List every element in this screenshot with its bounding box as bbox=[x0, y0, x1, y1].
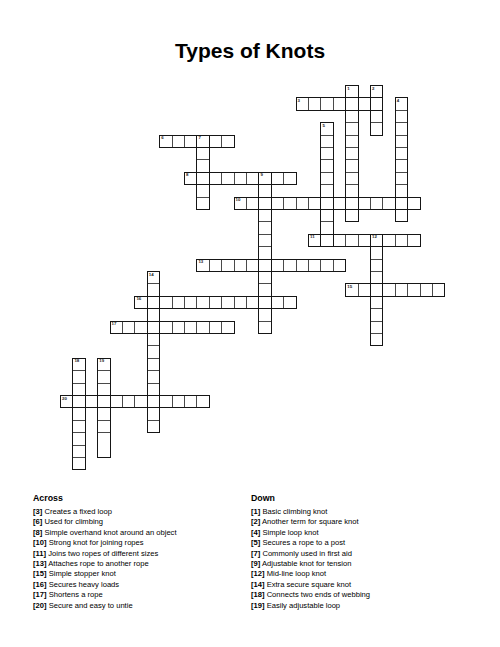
clue-number-label: [16] bbox=[33, 580, 47, 589]
grid-cell[interactable] bbox=[358, 197, 371, 210]
cell-number: 3 bbox=[298, 99, 300, 103]
clue-item: [9] Adjustable knot for tension bbox=[251, 559, 486, 569]
grid-cell[interactable] bbox=[147, 283, 160, 296]
grid-cell[interactable] bbox=[246, 172, 259, 185]
grid-cell[interactable] bbox=[320, 135, 333, 148]
grid-cell[interactable]: 9 bbox=[258, 172, 271, 185]
cell-number: 17 bbox=[112, 322, 117, 326]
grid-cell[interactable] bbox=[395, 135, 408, 148]
grid-cell[interactable] bbox=[72, 395, 85, 408]
grid-cell[interactable] bbox=[196, 296, 209, 309]
grid-cell[interactable] bbox=[283, 259, 296, 272]
puzzle-title: Types of Knots bbox=[0, 39, 500, 63]
grid-cell[interactable] bbox=[370, 333, 383, 346]
clue-text: Simple loop knot bbox=[260, 528, 318, 537]
grid-cell[interactable] bbox=[432, 283, 445, 296]
grid-cell[interactable] bbox=[345, 172, 358, 185]
grid-cell[interactable] bbox=[97, 420, 110, 433]
grid-cell[interactable] bbox=[258, 283, 271, 296]
grid-cell[interactable] bbox=[147, 395, 160, 408]
grid-cell[interactable] bbox=[370, 283, 383, 296]
grid-cell[interactable] bbox=[122, 395, 135, 408]
down-header: Down bbox=[251, 493, 486, 503]
grid-cell[interactable] bbox=[234, 259, 247, 272]
cell-number: 15 bbox=[347, 285, 352, 289]
grid-cell[interactable] bbox=[370, 197, 383, 210]
grid-cell[interactable] bbox=[147, 345, 160, 358]
grid-cell[interactable] bbox=[320, 259, 333, 272]
clue-number-label: [11] bbox=[33, 549, 46, 558]
clue-item: [10] Strong knot for joining ropes bbox=[33, 538, 245, 548]
grid-cell[interactable]: 15 bbox=[345, 283, 358, 296]
grid-cell[interactable] bbox=[147, 420, 160, 433]
grid-cell[interactable] bbox=[209, 259, 222, 272]
grid-cell[interactable] bbox=[72, 420, 85, 433]
grid-cell[interactable]: 5 bbox=[320, 122, 333, 135]
grid-cell[interactable] bbox=[333, 97, 346, 110]
clue-item: [14] Extra secure square knot bbox=[251, 580, 486, 590]
grid-cell[interactable] bbox=[358, 283, 371, 296]
clue-number-label: [4] bbox=[251, 528, 260, 537]
across-clue-list: [3] Creates a fixed loop[6] Used for cli… bbox=[33, 507, 245, 611]
grid-cell[interactable] bbox=[234, 172, 247, 185]
grid-cell[interactable]: 11 bbox=[308, 234, 321, 247]
grid-cell[interactable] bbox=[345, 97, 358, 110]
grid-cell[interactable]: 16 bbox=[134, 296, 147, 309]
grid-cell[interactable] bbox=[147, 383, 160, 396]
clue-text: Shortens a rope bbox=[47, 590, 103, 599]
grid-cell[interactable] bbox=[184, 395, 197, 408]
grid-cell[interactable] bbox=[196, 159, 209, 172]
clue-number-label: [6] bbox=[33, 517, 42, 526]
cell-number: 9 bbox=[260, 173, 262, 177]
grid-cell[interactable] bbox=[320, 159, 333, 172]
grid-cell[interactable] bbox=[320, 97, 333, 110]
clue-number-label: [12] bbox=[251, 569, 265, 578]
grid-cell[interactable] bbox=[395, 159, 408, 172]
grid-cell[interactable] bbox=[258, 209, 271, 222]
grid-cell[interactable]: 18 bbox=[72, 358, 85, 371]
grid-cell[interactable] bbox=[159, 321, 172, 334]
clue-item: [20] Secure and easy to untie bbox=[33, 601, 245, 611]
grid-cell[interactable] bbox=[97, 407, 110, 420]
grid-cell[interactable] bbox=[97, 370, 110, 383]
grid-cell[interactable] bbox=[296, 197, 309, 210]
grid-cell[interactable] bbox=[234, 296, 247, 309]
grid-cell[interactable] bbox=[345, 209, 358, 222]
grid-cell[interactable] bbox=[296, 259, 309, 272]
clue-text: Attaches rope to another rope bbox=[47, 559, 149, 568]
grid-cell[interactable] bbox=[395, 172, 408, 185]
grid-cell[interactable] bbox=[395, 209, 408, 222]
grid-cell[interactable] bbox=[320, 234, 333, 247]
grid-cell[interactable] bbox=[147, 407, 160, 420]
grid-cell[interactable]: 14 bbox=[147, 271, 160, 284]
grid-cell[interactable] bbox=[370, 246, 383, 259]
grid-cell[interactable] bbox=[97, 383, 110, 396]
grid-cell[interactable] bbox=[85, 395, 98, 408]
cell-number: 7 bbox=[198, 136, 200, 140]
clue-text: Secures a rope to a post bbox=[260, 538, 345, 547]
grid-cell[interactable] bbox=[147, 321, 160, 334]
grid-cell[interactable] bbox=[209, 172, 222, 185]
grid-cell[interactable] bbox=[370, 296, 383, 309]
grid-cell[interactable] bbox=[147, 370, 160, 383]
grid-cell[interactable]: 7 bbox=[196, 135, 209, 148]
grid-cell[interactable] bbox=[345, 147, 358, 160]
grid-cell[interactable] bbox=[320, 184, 333, 197]
cell-number: 12 bbox=[372, 235, 377, 239]
grid-cell[interactable] bbox=[420, 283, 433, 296]
grid-cell[interactable]: 8 bbox=[184, 172, 197, 185]
grid-cell[interactable] bbox=[196, 197, 209, 210]
grid-cell[interactable] bbox=[147, 308, 160, 321]
clue-number-label: [13] bbox=[33, 559, 47, 568]
clue-text: Simple stopper knot bbox=[47, 569, 116, 578]
grid-cell[interactable] bbox=[395, 147, 408, 160]
clue-text: Easily adjustable loop bbox=[265, 601, 341, 610]
clue-item: [3] Creates a fixed loop bbox=[33, 507, 245, 517]
grid-cell[interactable] bbox=[196, 147, 209, 160]
clue-text: Secures heavy loads bbox=[47, 580, 120, 589]
clue-text: Joins two ropes of different sizes bbox=[46, 549, 158, 558]
grid-cell[interactable] bbox=[72, 457, 85, 470]
grid-cell[interactable] bbox=[395, 184, 408, 197]
clue-number-label: [8] bbox=[33, 528, 42, 537]
grid-cell[interactable] bbox=[320, 221, 333, 234]
grid-cell[interactable] bbox=[395, 122, 408, 135]
grid-cell[interactable] bbox=[147, 333, 160, 346]
grid-cell[interactable] bbox=[147, 296, 160, 309]
grid-cell[interactable] bbox=[271, 197, 284, 210]
clue-number-label: [19] bbox=[251, 601, 265, 610]
grid-cell[interactable] bbox=[258, 234, 271, 247]
crossword-page: { "game": "crossword", "title": "Types o… bbox=[0, 0, 500, 647]
clue-text: Strong knot for joining ropes bbox=[47, 538, 144, 547]
grid-cell[interactable] bbox=[196, 172, 209, 185]
grid-cell[interactable] bbox=[320, 197, 333, 210]
clue-number-label: [10] bbox=[33, 538, 47, 547]
grid-cell[interactable] bbox=[159, 296, 172, 309]
grid-cell[interactable] bbox=[345, 234, 358, 247]
grid-cell[interactable] bbox=[172, 135, 185, 148]
grid-cell[interactable] bbox=[72, 370, 85, 383]
grid-cell[interactable] bbox=[345, 184, 358, 197]
grid-cell[interactable] bbox=[370, 271, 383, 284]
cell-number: 1 bbox=[347, 87, 349, 91]
grid-cell[interactable]: 10 bbox=[234, 197, 247, 210]
grid-cell[interactable] bbox=[258, 321, 271, 334]
cell-number: 20 bbox=[62, 397, 67, 401]
grid-cell[interactable] bbox=[184, 135, 197, 148]
grid-cell[interactable] bbox=[134, 395, 147, 408]
grid-cell[interactable] bbox=[345, 135, 358, 148]
grid-cell[interactable] bbox=[407, 197, 420, 210]
cell-number: 19 bbox=[99, 359, 104, 363]
grid-cell[interactable] bbox=[147, 358, 160, 371]
grid-cell[interactable] bbox=[358, 97, 371, 110]
clue-item: [1] Basic climbing knot bbox=[251, 507, 486, 517]
clue-item: [15] Simple stopper knot bbox=[33, 569, 245, 579]
grid-cell[interactable] bbox=[370, 308, 383, 321]
grid-cell[interactable] bbox=[320, 147, 333, 160]
grid-cell[interactable] bbox=[246, 197, 259, 210]
grid-cell[interactable] bbox=[345, 122, 358, 135]
clue-text: Commonly used in first aid bbox=[260, 549, 352, 558]
grid-cell[interactable] bbox=[358, 234, 371, 247]
clue-item: [5] Secures a rope to a post bbox=[251, 538, 486, 548]
grid-cell[interactable] bbox=[258, 308, 271, 321]
grid-cell[interactable] bbox=[308, 259, 321, 272]
grid-cell[interactable] bbox=[258, 246, 271, 259]
cell-number: 18 bbox=[74, 359, 79, 363]
clue-text: Connects two ends of webbing bbox=[265, 590, 371, 599]
grid-cell[interactable]: 6 bbox=[159, 135, 172, 148]
clue-number-label: [2] bbox=[251, 517, 260, 526]
grid-cell[interactable] bbox=[172, 395, 185, 408]
clue-item: [18] Connects two ends of webbing bbox=[251, 590, 486, 600]
grid-cell[interactable] bbox=[345, 159, 358, 172]
grid-cell[interactable] bbox=[72, 432, 85, 445]
grid-cell[interactable] bbox=[345, 110, 358, 123]
clue-item: [7] Commonly used in first aid bbox=[251, 549, 486, 559]
grid-cell[interactable] bbox=[395, 283, 408, 296]
grid-cell[interactable] bbox=[271, 259, 284, 272]
grid-cell[interactable] bbox=[258, 271, 271, 284]
clue-number-label: [5] bbox=[251, 538, 260, 547]
clue-text: Creates a fixed loop bbox=[42, 507, 112, 516]
across-header: Across bbox=[33, 493, 245, 503]
clue-item: [13] Attaches rope to another rope bbox=[33, 559, 245, 569]
grid-cell[interactable] bbox=[196, 321, 209, 334]
grid-cell[interactable] bbox=[221, 296, 234, 309]
grid-cell[interactable] bbox=[395, 234, 408, 247]
grid-cell[interactable] bbox=[209, 135, 222, 148]
grid-cell[interactable] bbox=[345, 197, 358, 210]
grid-cell[interactable] bbox=[134, 321, 147, 334]
grid-cell[interactable] bbox=[221, 172, 234, 185]
cell-number: 13 bbox=[198, 260, 203, 264]
grid-cell[interactable] bbox=[221, 135, 234, 148]
grid-cell[interactable] bbox=[110, 395, 123, 408]
grid-cell[interactable] bbox=[382, 234, 395, 247]
cell-number: 8 bbox=[186, 173, 188, 177]
cell-number: 5 bbox=[322, 124, 324, 128]
grid-cell[interactable] bbox=[370, 122, 383, 135]
across-clues-section: Across [3] Creates a fixed loop[6] Used … bbox=[33, 493, 245, 611]
grid-cell[interactable] bbox=[258, 184, 271, 197]
clue-text: Simple overhand knot around an object bbox=[42, 528, 176, 537]
grid-cell[interactable] bbox=[407, 234, 420, 247]
grid-cell[interactable] bbox=[382, 283, 395, 296]
grid-cell[interactable] bbox=[395, 197, 408, 210]
grid-cell[interactable] bbox=[172, 321, 185, 334]
clue-number-label: [15] bbox=[33, 569, 47, 578]
grid-cell[interactable] bbox=[209, 296, 222, 309]
grid-cell[interactable]: 12 bbox=[370, 234, 383, 247]
crossword-grid: 1234567891011121314151617181920 bbox=[60, 85, 445, 470]
grid-cell[interactable] bbox=[209, 321, 222, 334]
grid-cell[interactable] bbox=[97, 395, 110, 408]
grid-cell[interactable]: 13 bbox=[196, 259, 209, 272]
grid-cell[interactable] bbox=[308, 97, 321, 110]
clue-number-label: [7] bbox=[251, 549, 260, 558]
grid-cell[interactable]: 2 bbox=[370, 85, 383, 98]
grid-cell[interactable] bbox=[271, 172, 284, 185]
grid-cell[interactable] bbox=[283, 197, 296, 210]
grid-cell[interactable] bbox=[246, 296, 259, 309]
grid-cell[interactable] bbox=[333, 197, 346, 210]
clue-number-label: [18] bbox=[251, 590, 265, 599]
clue-item: [4] Simple loop knot bbox=[251, 528, 486, 538]
grid-cell[interactable]: 1 bbox=[345, 85, 358, 98]
clue-text: Used for climbing bbox=[42, 517, 103, 526]
clue-item: [6] Used for climbing bbox=[33, 517, 245, 527]
down-clue-list: [1] Basic climbing knot[2] Another term … bbox=[251, 507, 486, 611]
clue-number-label: [14] bbox=[251, 580, 265, 589]
clue-item: [16] Secures heavy loads bbox=[33, 580, 245, 590]
grid-cell[interactable] bbox=[320, 209, 333, 222]
cell-number: 11 bbox=[310, 235, 315, 239]
grid-cell[interactable]: 17 bbox=[110, 321, 123, 334]
cell-number: 10 bbox=[236, 198, 241, 202]
clue-number-label: [17] bbox=[33, 590, 47, 599]
grid-cell[interactable] bbox=[184, 296, 197, 309]
clue-text: Mid-line loop knot bbox=[265, 569, 327, 578]
grid-cell[interactable]: 20 bbox=[60, 395, 73, 408]
grid-cell[interactable] bbox=[159, 395, 172, 408]
cell-number: 6 bbox=[161, 136, 163, 140]
grid-cell[interactable] bbox=[122, 321, 135, 334]
grid-cell[interactable] bbox=[246, 259, 259, 272]
grid-cell[interactable] bbox=[407, 283, 420, 296]
grid-cell[interactable] bbox=[172, 296, 185, 309]
grid-cell[interactable] bbox=[382, 197, 395, 210]
cell-number: 4 bbox=[397, 99, 399, 103]
grid-cell[interactable] bbox=[221, 321, 234, 334]
clue-number-label: [20] bbox=[33, 601, 47, 610]
clue-item: [19] Easily adjustable loop bbox=[251, 601, 486, 611]
clue-number-label: [1] bbox=[251, 507, 260, 516]
grid-cell[interactable] bbox=[72, 383, 85, 396]
clue-text: Secure and easy to untie bbox=[47, 601, 133, 610]
grid-cell[interactable] bbox=[196, 395, 209, 408]
grid-cell[interactable] bbox=[370, 259, 383, 272]
grid-cell[interactable] bbox=[283, 172, 296, 185]
grid-cell[interactable] bbox=[72, 445, 85, 458]
grid-cell[interactable] bbox=[271, 296, 284, 309]
clue-text: Another term for square knot bbox=[260, 517, 358, 526]
grid-cell[interactable] bbox=[196, 184, 209, 197]
grid-cell[interactable] bbox=[283, 296, 296, 309]
clue-item: [2] Another term for square knot bbox=[251, 517, 486, 527]
clue-number-label: [9] bbox=[251, 559, 260, 568]
grid-cell[interactable] bbox=[370, 110, 383, 123]
grid-cell[interactable]: 3 bbox=[296, 97, 309, 110]
grid-cell[interactable]: 19 bbox=[97, 358, 110, 371]
grid-cell[interactable] bbox=[308, 197, 321, 210]
cell-number: 16 bbox=[136, 297, 141, 301]
cell-number: 2 bbox=[372, 87, 374, 91]
grid-cell[interactable] bbox=[370, 97, 383, 110]
grid-cell[interactable] bbox=[221, 259, 234, 272]
grid-cell[interactable] bbox=[370, 321, 383, 334]
clue-number-label: [3] bbox=[33, 507, 42, 516]
grid-cell[interactable] bbox=[258, 221, 271, 234]
grid-cell[interactable] bbox=[333, 234, 346, 247]
grid-cell[interactable] bbox=[72, 407, 85, 420]
grid-cell[interactable] bbox=[333, 259, 346, 272]
clue-text: Adjustable knot for tension bbox=[260, 559, 351, 568]
grid-cell[interactable] bbox=[320, 172, 333, 185]
clue-text: Basic climbing knot bbox=[260, 507, 327, 516]
clue-item: [11] Joins two ropes of different sizes bbox=[33, 549, 245, 559]
grid-cell[interactable] bbox=[258, 296, 271, 309]
clue-item: [17] Shortens a rope bbox=[33, 590, 245, 600]
cell-number: 14 bbox=[149, 273, 154, 277]
clue-item: [8] Simple overhand knot around an objec… bbox=[33, 528, 245, 538]
grid-cell[interactable] bbox=[258, 197, 271, 210]
grid-cell[interactable]: 4 bbox=[395, 97, 408, 110]
down-clues-section: Down [1] Basic climbing knot[2] Another … bbox=[251, 493, 486, 611]
grid-cell[interactable] bbox=[258, 259, 271, 272]
clue-text: Extra secure square knot bbox=[265, 580, 352, 589]
grid-cell[interactable] bbox=[395, 110, 408, 123]
clue-item: [12] Mid-line loop knot bbox=[251, 569, 486, 579]
grid-cell[interactable] bbox=[184, 321, 197, 334]
